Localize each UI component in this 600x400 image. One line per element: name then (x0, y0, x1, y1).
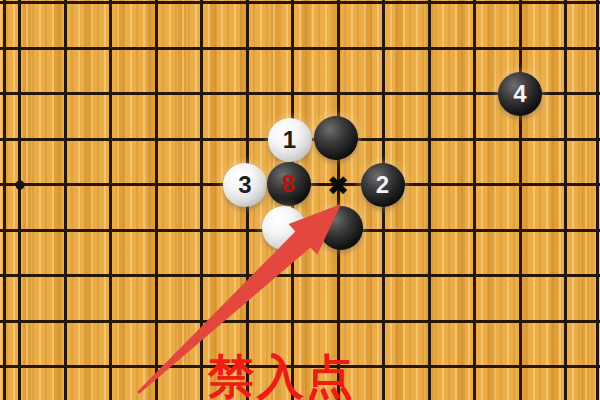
go-board[interactable]: 41382 ✖ 禁入点 (0, 0, 600, 400)
caption-text: 禁入点 (208, 346, 355, 400)
annotation-arrow (0, 0, 600, 400)
